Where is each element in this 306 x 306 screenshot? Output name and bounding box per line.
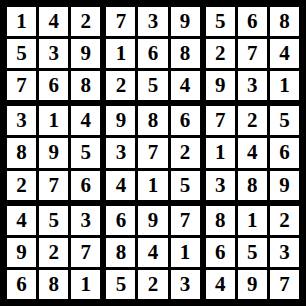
- cell-r3c5[interactable]: 5: [138, 71, 167, 100]
- cell-r6c3[interactable]: 6: [71, 171, 100, 200]
- cell-r5c3[interactable]: 5: [71, 138, 100, 167]
- cell-r5c4[interactable]: 3: [106, 138, 135, 167]
- cell-r3c9[interactable]: 1: [270, 71, 299, 100]
- cell-r1c7[interactable]: 5: [206, 7, 235, 36]
- cell-r9c3[interactable]: 1: [71, 270, 100, 299]
- cell-r9c6[interactable]: 3: [171, 270, 200, 299]
- cell-r8c8[interactable]: 5: [238, 238, 267, 267]
- cell-r7c6[interactable]: 7: [171, 206, 200, 235]
- cell-r5c2[interactable]: 9: [39, 138, 68, 167]
- cell-r4c4[interactable]: 9: [106, 106, 135, 135]
- cell-r6c7[interactable]: 3: [206, 171, 235, 200]
- cell-r4c2[interactable]: 1: [39, 106, 68, 135]
- cell-r3c7[interactable]: 9: [206, 71, 235, 100]
- box-9: 812653497: [206, 206, 299, 299]
- cell-r3c1[interactable]: 7: [7, 71, 36, 100]
- box-5: 986372415: [106, 106, 199, 199]
- cell-r2c2[interactable]: 3: [39, 39, 68, 68]
- cell-r2c6[interactable]: 8: [171, 39, 200, 68]
- cell-r7c3[interactable]: 3: [71, 206, 100, 235]
- cell-r1c1[interactable]: 1: [7, 7, 36, 36]
- cell-r3c6[interactable]: 4: [171, 71, 200, 100]
- cell-r1c8[interactable]: 6: [238, 7, 267, 36]
- cell-r1c9[interactable]: 8: [270, 7, 299, 36]
- cell-r1c5[interactable]: 3: [138, 7, 167, 36]
- cell-r8c6[interactable]: 1: [171, 238, 200, 267]
- box-1: 142539768: [7, 7, 100, 100]
- cell-r1c6[interactable]: 9: [171, 7, 200, 36]
- cell-r2c4[interactable]: 1: [106, 39, 135, 68]
- cell-r6c5[interactable]: 1: [138, 171, 167, 200]
- cell-r4c7[interactable]: 7: [206, 106, 235, 135]
- cell-r7c1[interactable]: 4: [7, 206, 36, 235]
- box-4: 314895276: [7, 106, 100, 199]
- cell-r4c8[interactable]: 2: [238, 106, 267, 135]
- cell-r4c9[interactable]: 5: [270, 106, 299, 135]
- cell-r5c5[interactable]: 7: [138, 138, 167, 167]
- box-7: 453927681: [7, 206, 100, 299]
- cell-r2c5[interactable]: 6: [138, 39, 167, 68]
- cell-r9c1[interactable]: 6: [7, 270, 36, 299]
- cell-r6c6[interactable]: 5: [171, 171, 200, 200]
- cell-r5c1[interactable]: 8: [7, 138, 36, 167]
- cell-r9c7[interactable]: 4: [206, 270, 235, 299]
- cell-r2c7[interactable]: 2: [206, 39, 235, 68]
- cell-r8c3[interactable]: 7: [71, 238, 100, 267]
- cell-r8c9[interactable]: 3: [270, 238, 299, 267]
- box-6: 725146389: [206, 106, 299, 199]
- cell-r2c8[interactable]: 7: [238, 39, 267, 68]
- cell-r8c2[interactable]: 2: [39, 238, 68, 267]
- cell-r2c3[interactable]: 9: [71, 39, 100, 68]
- cell-r2c9[interactable]: 4: [270, 39, 299, 68]
- cell-r1c4[interactable]: 7: [106, 7, 135, 36]
- cell-r9c4[interactable]: 5: [106, 270, 135, 299]
- cell-r2c1[interactable]: 5: [7, 39, 36, 68]
- cell-r7c8[interactable]: 1: [238, 206, 267, 235]
- cell-r6c2[interactable]: 7: [39, 171, 68, 200]
- cell-r4c1[interactable]: 3: [7, 106, 36, 135]
- cell-r1c2[interactable]: 4: [39, 7, 68, 36]
- cell-r9c2[interactable]: 8: [39, 270, 68, 299]
- cell-r5c7[interactable]: 1: [206, 138, 235, 167]
- cell-r4c3[interactable]: 4: [71, 106, 100, 135]
- cell-r8c5[interactable]: 4: [138, 238, 167, 267]
- sudoku-board: 1425397687391682545682749313148952769863…: [0, 0, 306, 306]
- cell-r8c4[interactable]: 8: [106, 238, 135, 267]
- cell-r6c4[interactable]: 4: [106, 171, 135, 200]
- cell-r7c2[interactable]: 5: [39, 206, 68, 235]
- cell-r1c3[interactable]: 2: [71, 7, 100, 36]
- cell-r9c8[interactable]: 9: [238, 270, 267, 299]
- cell-r7c9[interactable]: 2: [270, 206, 299, 235]
- cell-r5c6[interactable]: 2: [171, 138, 200, 167]
- cell-r6c8[interactable]: 8: [238, 171, 267, 200]
- cell-r9c9[interactable]: 7: [270, 270, 299, 299]
- cell-r8c1[interactable]: 9: [7, 238, 36, 267]
- cell-r4c5[interactable]: 8: [138, 106, 167, 135]
- cell-r7c7[interactable]: 8: [206, 206, 235, 235]
- cell-r3c3[interactable]: 8: [71, 71, 100, 100]
- cell-r7c5[interactable]: 9: [138, 206, 167, 235]
- cell-r6c9[interactable]: 9: [270, 171, 299, 200]
- cell-r5c8[interactable]: 4: [238, 138, 267, 167]
- cell-r4c6[interactable]: 6: [171, 106, 200, 135]
- cell-r3c4[interactable]: 2: [106, 71, 135, 100]
- box-8: 697841523: [106, 206, 199, 299]
- cell-r9c5[interactable]: 2: [138, 270, 167, 299]
- cell-r7c4[interactable]: 6: [106, 206, 135, 235]
- cell-r5c9[interactable]: 6: [270, 138, 299, 167]
- cell-r3c8[interactable]: 3: [238, 71, 267, 100]
- cell-r3c2[interactable]: 6: [39, 71, 68, 100]
- box-3: 568274931: [206, 7, 299, 100]
- cell-r8c7[interactable]: 6: [206, 238, 235, 267]
- box-2: 739168254: [106, 7, 199, 100]
- cell-r6c1[interactable]: 2: [7, 171, 36, 200]
